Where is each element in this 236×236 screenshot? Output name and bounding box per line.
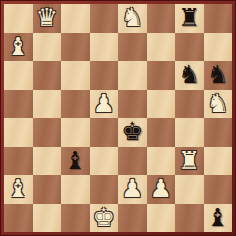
square-a8[interactable]	[4, 4, 33, 33]
square-c4[interactable]	[61, 118, 90, 147]
square-b1[interactable]	[33, 204, 62, 233]
square-e6[interactable]	[118, 61, 147, 90]
square-d2[interactable]	[90, 175, 119, 204]
white-rook[interactable]: ♜	[178, 147, 200, 175]
board-frame: ♛♞♜♝♞♞♟♞♚♝♜♝♟♟♚♝	[0, 0, 236, 236]
square-f3[interactable]	[147, 147, 176, 176]
square-d5[interactable]: ♟	[90, 90, 119, 119]
square-d8[interactable]	[90, 4, 119, 33]
black-bishop[interactable]: ♝	[64, 147, 86, 175]
square-a2[interactable]: ♝	[4, 175, 33, 204]
square-h3[interactable]	[204, 147, 233, 176]
square-b5[interactable]	[33, 90, 62, 119]
square-a3[interactable]	[4, 147, 33, 176]
square-h8[interactable]	[204, 4, 233, 33]
black-rook[interactable]: ♜	[178, 4, 200, 32]
white-queen[interactable]: ♛	[36, 4, 58, 32]
square-c2[interactable]	[61, 175, 90, 204]
square-g4[interactable]	[175, 118, 204, 147]
white-knight[interactable]: ♞	[207, 90, 229, 118]
white-pawn[interactable]: ♟	[121, 175, 143, 203]
square-b3[interactable]	[33, 147, 62, 176]
square-f8[interactable]	[147, 4, 176, 33]
square-f4[interactable]	[147, 118, 176, 147]
square-d3[interactable]	[90, 147, 119, 176]
square-f2[interactable]: ♟	[147, 175, 176, 204]
square-h2[interactable]	[204, 175, 233, 204]
square-a6[interactable]	[4, 61, 33, 90]
square-e4[interactable]: ♚	[118, 118, 147, 147]
square-d7[interactable]	[90, 33, 119, 62]
square-g1[interactable]	[175, 204, 204, 233]
square-d1[interactable]: ♚	[90, 204, 119, 233]
square-f6[interactable]	[147, 61, 176, 90]
square-c8[interactable]	[61, 4, 90, 33]
square-b2[interactable]	[33, 175, 62, 204]
square-f7[interactable]	[147, 33, 176, 62]
square-h6[interactable]: ♞	[204, 61, 233, 90]
square-b6[interactable]	[33, 61, 62, 90]
black-knight[interactable]: ♞	[178, 61, 200, 89]
white-bishop[interactable]: ♝	[7, 33, 29, 61]
square-g3[interactable]: ♜	[175, 147, 204, 176]
white-pawn[interactable]: ♟	[150, 175, 172, 203]
square-a1[interactable]	[4, 204, 33, 233]
square-e5[interactable]	[118, 90, 147, 119]
square-b4[interactable]	[33, 118, 62, 147]
square-b8[interactable]: ♛	[33, 4, 62, 33]
square-c5[interactable]	[61, 90, 90, 119]
square-b7[interactable]	[33, 33, 62, 62]
square-f1[interactable]	[147, 204, 176, 233]
square-e1[interactable]	[118, 204, 147, 233]
square-d4[interactable]	[90, 118, 119, 147]
square-h7[interactable]	[204, 33, 233, 62]
square-e2[interactable]: ♟	[118, 175, 147, 204]
chess-board: ♛♞♜♝♞♞♟♞♚♝♜♝♟♟♚♝	[4, 4, 232, 232]
white-pawn[interactable]: ♟	[93, 90, 115, 118]
white-bishop[interactable]: ♝	[7, 175, 29, 203]
square-c7[interactable]	[61, 33, 90, 62]
square-a7[interactable]: ♝	[4, 33, 33, 62]
square-h4[interactable]	[204, 118, 233, 147]
black-king[interactable]: ♚	[121, 118, 143, 146]
square-e8[interactable]: ♞	[118, 4, 147, 33]
square-g2[interactable]	[175, 175, 204, 204]
square-e3[interactable]	[118, 147, 147, 176]
square-e7[interactable]	[118, 33, 147, 62]
black-bishop[interactable]: ♝	[207, 204, 229, 232]
square-g5[interactable]	[175, 90, 204, 119]
square-h1[interactable]: ♝	[204, 204, 233, 233]
square-c1[interactable]	[61, 204, 90, 233]
square-f5[interactable]	[147, 90, 176, 119]
black-knight[interactable]: ♞	[207, 61, 229, 89]
square-g8[interactable]: ♜	[175, 4, 204, 33]
white-king[interactable]: ♚	[93, 204, 115, 232]
square-c6[interactable]	[61, 61, 90, 90]
square-h5[interactable]: ♞	[204, 90, 233, 119]
square-g6[interactable]: ♞	[175, 61, 204, 90]
square-c3[interactable]: ♝	[61, 147, 90, 176]
white-knight[interactable]: ♞	[121, 4, 143, 32]
square-g7[interactable]	[175, 33, 204, 62]
square-a5[interactable]	[4, 90, 33, 119]
square-a4[interactable]	[4, 118, 33, 147]
square-d6[interactable]	[90, 61, 119, 90]
